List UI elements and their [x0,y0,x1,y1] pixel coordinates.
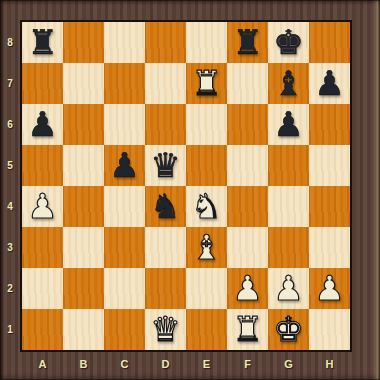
square-g1[interactable]: ♚ [268,309,309,350]
square-d5[interactable]: ♛ [145,145,186,186]
square-d2[interactable] [145,268,186,309]
square-a2[interactable] [22,268,63,309]
square-e6[interactable] [186,104,227,145]
piece-black-pawn-h7[interactable]: ♟ [314,63,344,104]
piece-white-pawn-h2[interactable]: ♟ [314,268,344,309]
square-d1[interactable]: ♛ [145,309,186,350]
square-b6[interactable] [63,104,104,145]
square-c1[interactable] [104,309,145,350]
square-d4[interactable]: ♞ [145,186,186,227]
piece-white-rook-f1[interactable]: ♜ [232,309,262,350]
square-h7[interactable]: ♟ [309,63,350,104]
rank-label-3: 3 [0,227,20,268]
piece-black-king-g8[interactable]: ♚ [273,22,303,63]
square-e4[interactable]: ♞ [186,186,227,227]
square-f8[interactable]: ♜ [227,22,268,63]
square-g2[interactable]: ♟ [268,268,309,309]
rank-label-2: 2 [0,268,20,309]
rank-label-5: 5 [0,145,20,186]
square-g3[interactable] [268,227,309,268]
square-e5[interactable] [186,145,227,186]
square-b1[interactable] [63,309,104,350]
square-a8[interactable]: ♜ [22,22,63,63]
square-a5[interactable] [22,145,63,186]
piece-white-knight-e4[interactable]: ♞ [191,186,221,227]
square-e1[interactable] [186,309,227,350]
file-label-b: B [63,352,104,376]
square-f1[interactable]: ♜ [227,309,268,350]
square-d3[interactable] [145,227,186,268]
file-labels: ABCDEFGH [22,352,350,376]
square-g5[interactable] [268,145,309,186]
square-e7[interactable]: ♜ [186,63,227,104]
rank-label-1: 1 [0,309,20,350]
square-c2[interactable] [104,268,145,309]
square-f2[interactable]: ♟ [227,268,268,309]
square-d6[interactable] [145,104,186,145]
board: ♜♜♚♜♝♟♟♟♟♛♟♞♞♝♟♟♟♛♜♚ [22,22,350,350]
square-f3[interactable] [227,227,268,268]
square-c7[interactable] [104,63,145,104]
file-label-e: E [186,352,227,376]
square-g8[interactable]: ♚ [268,22,309,63]
square-b4[interactable] [63,186,104,227]
rank-label-6: 6 [0,104,20,145]
piece-black-queen-d5[interactable]: ♛ [150,145,180,186]
square-f5[interactable] [227,145,268,186]
square-f7[interactable] [227,63,268,104]
square-f6[interactable] [227,104,268,145]
square-a4[interactable]: ♟ [22,186,63,227]
piece-black-pawn-g6[interactable]: ♟ [273,104,303,145]
file-label-a: A [22,352,63,376]
rank-labels: 87654321 [0,22,20,350]
board-border: ♜♜♚♜♝♟♟♟♟♛♟♞♞♝♟♟♟♛♜♚ [20,20,352,352]
square-d8[interactable] [145,22,186,63]
square-f4[interactable] [227,186,268,227]
square-c5[interactable]: ♟ [104,145,145,186]
file-label-g: G [268,352,309,376]
frame-edge-highlight [373,0,378,380]
square-b3[interactable] [63,227,104,268]
square-b2[interactable] [63,268,104,309]
square-g4[interactable] [268,186,309,227]
rank-label-8: 8 [0,22,20,63]
piece-white-rook-e7[interactable]: ♜ [191,63,221,104]
square-h4[interactable] [309,186,350,227]
square-h1[interactable] [309,309,350,350]
square-g6[interactable]: ♟ [268,104,309,145]
piece-black-rook-a8[interactable]: ♜ [27,22,57,63]
square-h6[interactable] [309,104,350,145]
square-e3[interactable]: ♝ [186,227,227,268]
piece-white-bishop-e3[interactable]: ♝ [191,227,221,268]
chess-board-frame: 87654321 ♜♜♚♜♝♟♟♟♟♛♟♞♞♝♟♟♟♛♜♚ ABCDEFGH [0,0,380,380]
piece-white-pawn-f2[interactable]: ♟ [232,268,262,309]
rank-label-7: 7 [0,63,20,104]
square-d7[interactable] [145,63,186,104]
piece-white-pawn-a4[interactable]: ♟ [27,186,57,227]
square-c6[interactable] [104,104,145,145]
piece-black-knight-d4[interactable]: ♞ [150,186,180,227]
square-a3[interactable] [22,227,63,268]
square-a6[interactable]: ♟ [22,104,63,145]
square-h3[interactable] [309,227,350,268]
square-h8[interactable] [309,22,350,63]
file-label-c: C [104,352,145,376]
piece-black-pawn-c5[interactable]: ♟ [109,145,139,186]
square-c8[interactable] [104,22,145,63]
square-a1[interactable] [22,309,63,350]
square-h5[interactable] [309,145,350,186]
piece-black-pawn-a6[interactable]: ♟ [27,104,57,145]
piece-white-pawn-g2[interactable]: ♟ [273,268,303,309]
piece-black-rook-f8[interactable]: ♜ [232,22,262,63]
piece-white-king-g1[interactable]: ♚ [273,309,303,350]
square-h2[interactable]: ♟ [309,268,350,309]
square-c3[interactable] [104,227,145,268]
square-e8[interactable] [186,22,227,63]
square-b8[interactable] [63,22,104,63]
piece-black-bishop-g7[interactable]: ♝ [273,63,303,104]
piece-white-queen-d1[interactable]: ♛ [150,309,180,350]
rank-label-4: 4 [0,186,20,227]
square-c4[interactable] [104,186,145,227]
file-label-f: F [227,352,268,376]
square-a7[interactable] [22,63,63,104]
square-e2[interactable] [186,268,227,309]
file-label-h: H [309,352,350,376]
file-label-d: D [145,352,186,376]
square-g7[interactable]: ♝ [268,63,309,104]
square-b5[interactable] [63,145,104,186]
square-b7[interactable] [63,63,104,104]
